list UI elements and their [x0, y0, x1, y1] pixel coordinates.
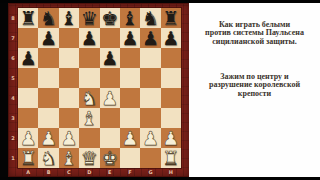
square-f8: ♝	[120, 8, 140, 28]
video-subtitle: Зажим по центру и разрушение королевской…	[191, 73, 318, 98]
square-c2: ♟	[59, 128, 79, 148]
video-frame: ♜♞♝♛♚♝♞♜♟♟♟♟♟♟♟♞♟♝♟♟♟♟♟♟♜♞♝♛♚♜ 87654321 …	[0, 0, 320, 180]
file-label-e: E	[100, 168, 120, 177]
square-f5	[120, 68, 140, 88]
rank-label-1: 1	[8, 148, 18, 168]
white-pawn-a2: ♟	[20, 128, 37, 147]
square-a6: ♟	[18, 48, 38, 68]
black-queen-d8: ♛	[81, 8, 98, 27]
black-pawn-f7: ♟	[122, 28, 139, 47]
square-g1	[140, 148, 160, 168]
black-bishop-c8: ♝	[60, 8, 77, 27]
square-b6	[38, 48, 58, 68]
black-knight-g8: ♞	[142, 8, 159, 27]
file-label-h: H	[161, 168, 181, 177]
square-f7: ♟	[120, 28, 140, 48]
text-panel: Как играть белыми против системы Паульсе…	[189, 3, 320, 177]
black-bishop-f8: ♝	[122, 8, 139, 27]
rank-label-5: 5	[8, 68, 18, 88]
white-pawn-c2: ♟	[60, 128, 77, 147]
square-a3	[18, 108, 38, 128]
subtitle-line-3: крепости	[191, 90, 318, 98]
square-b3	[38, 108, 58, 128]
square-d4: ♞	[79, 88, 99, 108]
square-e3	[100, 108, 120, 128]
square-b5	[38, 68, 58, 88]
rank-label-6: 6	[8, 48, 18, 68]
white-bishop-c1: ♝	[60, 148, 77, 167]
square-h5	[161, 68, 181, 88]
square-h4	[161, 88, 181, 108]
white-pawn-f2: ♟	[122, 128, 139, 147]
square-a2: ♟	[18, 128, 38, 148]
square-e6: ♟	[100, 48, 120, 68]
square-h8: ♜	[161, 8, 181, 28]
square-g6	[140, 48, 160, 68]
rank-label-3: 3	[8, 108, 18, 128]
square-g7: ♟	[140, 28, 160, 48]
square-c3	[59, 108, 79, 128]
chess-board: ♜♞♝♛♚♝♞♜♟♟♟♟♟♟♟♞♟♝♟♟♟♟♟♟♜♞♝♛♚♜ 87654321 …	[8, 3, 190, 177]
black-pawn-e6: ♟	[101, 48, 118, 67]
white-knight-d4: ♞	[81, 88, 98, 107]
white-pawn-h2: ♟	[162, 128, 179, 147]
square-f4	[120, 88, 140, 108]
square-c5	[59, 68, 79, 88]
white-pawn-e4: ♟	[101, 88, 118, 107]
square-e1: ♚	[100, 148, 120, 168]
rank-label-7: 7	[8, 28, 18, 48]
square-a5	[18, 68, 38, 88]
square-a7	[18, 28, 38, 48]
file-label-a: A	[18, 168, 38, 177]
black-pawn-h7: ♟	[162, 28, 179, 47]
square-g4	[140, 88, 160, 108]
board-grid: ♜♞♝♛♚♝♞♜♟♟♟♟♟♟♟♞♟♝♟♟♟♟♟♟♜♞♝♛♚♜	[18, 8, 181, 168]
black-rook-a8: ♜	[20, 8, 37, 27]
square-a1: ♜	[18, 148, 38, 168]
square-b4	[38, 88, 58, 108]
rank-label-8: 8	[8, 8, 18, 28]
letterbox-bottom	[0, 177, 320, 180]
white-knight-b1: ♞	[40, 148, 57, 167]
square-b8: ♞	[38, 8, 58, 28]
black-pawn-a6: ♟	[20, 48, 37, 67]
white-king-e1: ♚	[101, 148, 118, 167]
square-h3	[161, 108, 181, 128]
square-d1: ♛	[79, 148, 99, 168]
square-h7: ♟	[161, 28, 181, 48]
square-d5	[79, 68, 99, 88]
black-pawn-g7: ♟	[142, 28, 159, 47]
square-b7: ♟	[38, 28, 58, 48]
black-pawn-b7: ♟	[40, 28, 57, 47]
rank-label-2: 2	[8, 128, 18, 148]
white-queen-d1: ♛	[81, 148, 98, 167]
square-d2	[79, 128, 99, 148]
square-c8: ♝	[59, 8, 79, 28]
square-f3	[120, 108, 140, 128]
square-a8: ♜	[18, 8, 38, 28]
square-b2: ♟	[38, 128, 58, 148]
black-pawn-d7: ♟	[81, 28, 98, 47]
file-label-d: D	[79, 168, 99, 177]
title-line-3: сицилианской защиты.	[191, 38, 318, 46]
square-e2	[100, 128, 120, 148]
rank-label-4: 4	[8, 88, 18, 108]
square-b1: ♞	[38, 148, 58, 168]
square-d6	[79, 48, 99, 68]
white-bishop-d3: ♝	[81, 108, 98, 127]
file-label-f: F	[120, 168, 140, 177]
square-f1	[120, 148, 140, 168]
black-king-e8: ♚	[101, 8, 118, 27]
square-a4	[18, 88, 38, 108]
white-pawn-g2: ♟	[142, 128, 159, 147]
square-h2: ♟	[161, 128, 181, 148]
square-e8: ♚	[100, 8, 120, 28]
square-c1: ♝	[59, 148, 79, 168]
square-d3: ♝	[79, 108, 99, 128]
square-c4	[59, 88, 79, 108]
file-label-g: G	[140, 168, 160, 177]
white-pawn-b2: ♟	[40, 128, 57, 147]
square-h6	[161, 48, 181, 68]
square-e7	[100, 28, 120, 48]
square-g3	[140, 108, 160, 128]
square-d7: ♟	[79, 28, 99, 48]
square-g8: ♞	[140, 8, 160, 28]
white-rook-h1: ♜	[162, 148, 179, 167]
square-h1: ♜	[161, 148, 181, 168]
square-d8: ♛	[79, 8, 99, 28]
square-g2: ♟	[140, 128, 160, 148]
square-e5	[100, 68, 120, 88]
file-label-b: B	[38, 168, 58, 177]
black-knight-b8: ♞	[40, 8, 57, 27]
white-rook-a1: ♜	[20, 148, 37, 167]
file-label-c: C	[59, 168, 79, 177]
black-rook-h8: ♜	[162, 8, 179, 27]
square-f2: ♟	[120, 128, 140, 148]
video-title: Как играть белыми против системы Паульсе…	[191, 21, 318, 46]
square-c6	[59, 48, 79, 68]
square-g5	[140, 68, 160, 88]
square-e4: ♟	[100, 88, 120, 108]
square-c7	[59, 28, 79, 48]
square-f6	[120, 48, 140, 68]
